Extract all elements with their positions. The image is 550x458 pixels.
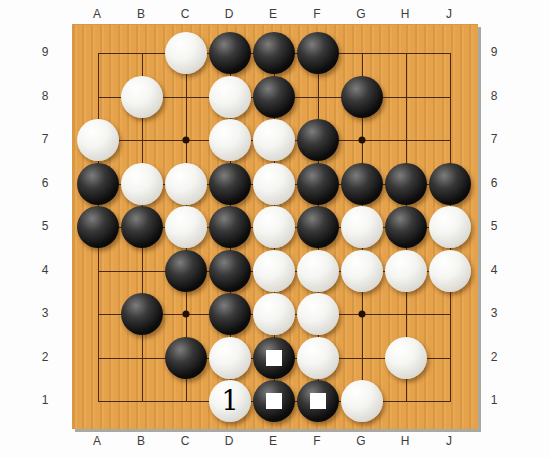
col-label-bottom: D <box>225 435 234 447</box>
stone-white[interactable] <box>385 250 427 292</box>
stone-black[interactable] <box>77 163 119 205</box>
col-label-top: G <box>356 8 365 20</box>
stone-black[interactable] <box>297 119 339 161</box>
stone-white[interactable] <box>165 163 207 205</box>
col-label-top: H <box>401 8 410 20</box>
stone-black[interactable] <box>209 293 251 335</box>
stone-white[interactable] <box>209 119 251 161</box>
stone-black[interactable] <box>385 206 427 248</box>
col-label-bottom: G <box>356 435 365 447</box>
col-label-bottom: H <box>401 435 410 447</box>
stone-white[interactable] <box>165 206 207 248</box>
go-board[interactable]: 1 <box>72 24 478 429</box>
col-label-top: A <box>93 8 101 20</box>
stone-black[interactable] <box>77 206 119 248</box>
square-marker <box>266 393 282 409</box>
stone-white[interactable] <box>297 337 339 379</box>
stone-black[interactable] <box>253 32 295 74</box>
row-label-left: 3 <box>42 307 49 319</box>
move-number-label: 1 <box>221 387 238 414</box>
col-label-top: D <box>225 8 234 20</box>
stone-black[interactable] <box>341 163 383 205</box>
stone-black[interactable] <box>209 32 251 74</box>
stone-white[interactable] <box>253 206 295 248</box>
stone-white[interactable] <box>429 250 471 292</box>
square-marker <box>310 393 326 409</box>
stone-black[interactable] <box>429 163 471 205</box>
stone-black[interactable] <box>297 163 339 205</box>
col-label-bottom: C <box>181 435 190 447</box>
col-label-top: E <box>269 8 277 20</box>
row-label-left: 1 <box>42 394 49 406</box>
col-label-bottom: B <box>137 435 145 447</box>
col-label-bottom: F <box>313 435 320 447</box>
stone-white[interactable] <box>341 206 383 248</box>
stone-black[interactable] <box>165 250 207 292</box>
stone-white[interactable] <box>385 337 427 379</box>
row-label-right: 1 <box>491 394 498 406</box>
col-label-bottom: E <box>269 435 277 447</box>
stone-white[interactable] <box>253 119 295 161</box>
col-label-top: B <box>137 8 145 20</box>
hoshi-dot <box>183 137 190 144</box>
row-label-left: 9 <box>42 46 49 58</box>
row-label-left: 2 <box>42 351 49 363</box>
stone-white[interactable] <box>165 32 207 74</box>
row-label-right: 5 <box>491 220 498 232</box>
row-label-right: 3 <box>491 307 498 319</box>
hoshi-dot <box>183 311 190 318</box>
stone-white[interactable] <box>209 337 251 379</box>
row-label-right: 7 <box>491 133 498 145</box>
hoshi-dot <box>359 137 366 144</box>
row-label-right: 6 <box>491 177 498 189</box>
row-label-left: 6 <box>42 177 49 189</box>
stone-white[interactable] <box>341 250 383 292</box>
stone-white[interactable] <box>121 163 163 205</box>
col-label-bottom: J <box>446 435 452 447</box>
row-label-right: 2 <box>491 351 498 363</box>
stone-black[interactable] <box>121 206 163 248</box>
stone-white[interactable] <box>121 76 163 118</box>
stone-white[interactable] <box>429 206 471 248</box>
stone-black[interactable] <box>121 293 163 335</box>
row-label-right: 9 <box>491 46 498 58</box>
stone-black[interactable] <box>341 76 383 118</box>
stone-white[interactable] <box>341 380 383 422</box>
stone-black[interactable] <box>209 206 251 248</box>
row-label-right: 4 <box>491 264 498 276</box>
stone-white[interactable] <box>297 293 339 335</box>
stone-black[interactable] <box>209 250 251 292</box>
row-label-left: 4 <box>42 264 49 276</box>
stone-white[interactable] <box>297 250 339 292</box>
square-marker <box>266 350 282 366</box>
row-label-left: 8 <box>42 90 49 102</box>
hoshi-dot <box>359 311 366 318</box>
stone-black[interactable] <box>297 32 339 74</box>
col-label-top: F <box>313 8 320 20</box>
row-label-left: 5 <box>42 220 49 232</box>
row-label-left: 7 <box>42 133 49 145</box>
stone-white[interactable] <box>253 293 295 335</box>
stone-white[interactable] <box>77 119 119 161</box>
stone-white[interactable] <box>209 76 251 118</box>
stone-black[interactable] <box>297 206 339 248</box>
stone-black[interactable] <box>209 163 251 205</box>
col-label-top: J <box>446 8 452 20</box>
stone-black[interactable] <box>253 76 295 118</box>
row-label-right: 8 <box>491 90 498 102</box>
stone-black[interactable] <box>385 163 427 205</box>
stone-black[interactable] <box>165 337 207 379</box>
col-label-top: C <box>181 8 190 20</box>
screen: 1 AABBCCDDEEFFGGHHJJ998877665544332211 <box>0 0 550 458</box>
stone-white[interactable] <box>253 163 295 205</box>
stone-white[interactable] <box>253 250 295 292</box>
col-label-bottom: A <box>93 435 101 447</box>
